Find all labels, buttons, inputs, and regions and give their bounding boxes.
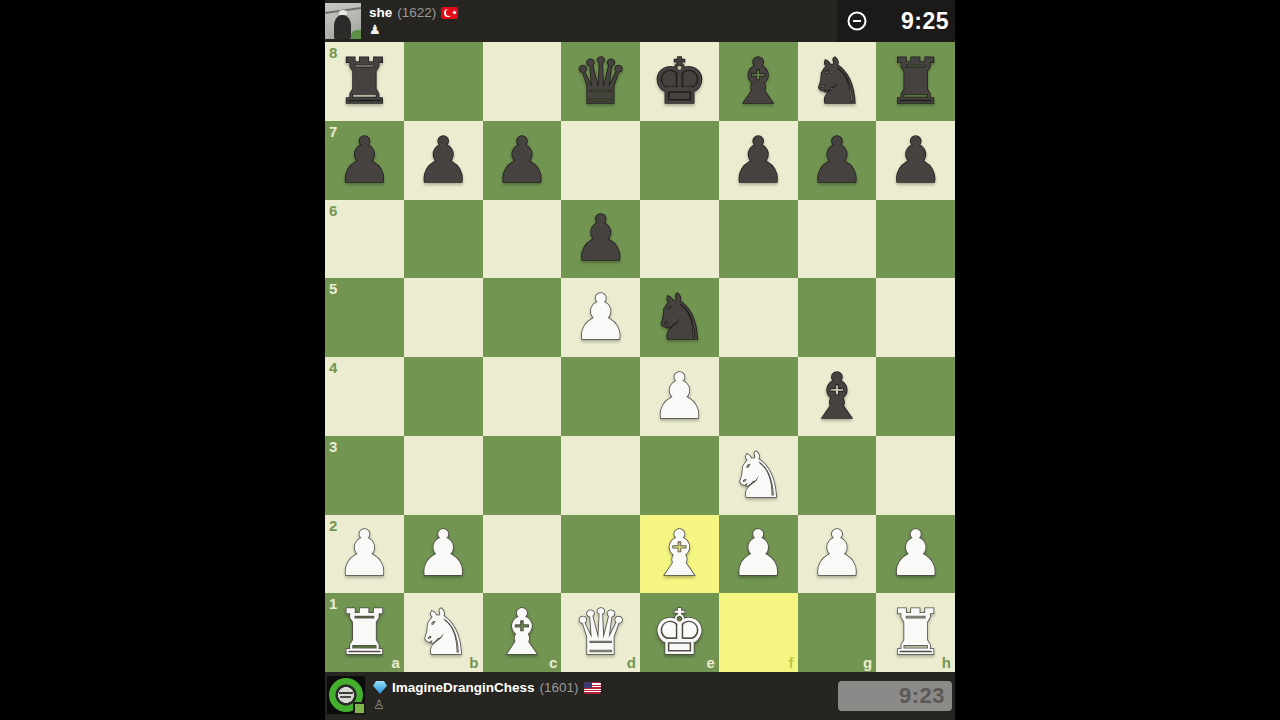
square-f2[interactable]: ♟ <box>719 515 798 594</box>
square-e5[interactable]: ♞ <box>640 278 719 357</box>
square-f7[interactable]: ♟ <box>719 121 798 200</box>
diamond-membership-icon <box>373 681 387 694</box>
piece-black-pawn[interactable]: ♟ <box>404 121 483 200</box>
rank-label-6: 6 <box>329 203 337 218</box>
top-clock-time: 9:25 <box>901 8 949 35</box>
square-d4[interactable] <box>561 357 640 436</box>
top-player-clock: 9:25 <box>837 0 955 42</box>
avatar-detail <box>339 10 347 15</box>
square-a8[interactable]: 8♜ <box>325 42 404 121</box>
square-f1[interactable]: f <box>719 593 798 672</box>
square-b3[interactable] <box>404 436 483 515</box>
circled-minus-icon <box>846 10 868 32</box>
piece-white-pawn[interactable]: ♟ <box>876 515 955 594</box>
square-b6[interactable] <box>404 200 483 279</box>
piece-white-pawn[interactable]: ♟ <box>561 278 640 357</box>
square-a7[interactable]: 7♟ <box>325 121 404 200</box>
square-g2[interactable]: ♟ <box>798 515 877 594</box>
bottom-player-info[interactable]: ImagineDranginChess (1601) ♙ <box>373 680 601 713</box>
avatar-detail <box>351 30 361 39</box>
piece-white-rook[interactable]: ♜ <box>325 593 404 672</box>
square-e3[interactable] <box>640 436 719 515</box>
square-c1[interactable]: c♝ <box>483 593 562 672</box>
square-a1[interactable]: 1a♜ <box>325 593 404 672</box>
piece-white-knight[interactable]: ♞ <box>404 593 483 672</box>
avatar-detail <box>340 696 351 698</box>
square-h8[interactable]: ♜ <box>876 42 955 121</box>
piece-black-knight[interactable]: ♞ <box>640 278 719 357</box>
square-d8[interactable]: ♛ <box>561 42 640 121</box>
top-player-rating: (1622) <box>397 5 436 20</box>
piece-white-pawn[interactable]: ♟ <box>719 515 798 594</box>
square-h4[interactable] <box>876 357 955 436</box>
square-g6[interactable] <box>798 200 877 279</box>
square-e2[interactable]: ♝ <box>640 515 719 594</box>
piece-black-pawn[interactable]: ♟ <box>876 121 955 200</box>
square-d6[interactable]: ♟ <box>561 200 640 279</box>
rank-label-4: 4 <box>329 360 337 375</box>
square-c7[interactable]: ♟ <box>483 121 562 200</box>
square-d7[interactable] <box>561 121 640 200</box>
square-c5[interactable] <box>483 278 562 357</box>
square-b8[interactable] <box>404 42 483 121</box>
square-b1[interactable]: b♞ <box>404 593 483 672</box>
square-a6[interactable]: 6 <box>325 200 404 279</box>
square-b4[interactable] <box>404 357 483 436</box>
piece-black-knight[interactable]: ♞ <box>798 42 877 121</box>
piece-black-bishop[interactable]: ♝ <box>798 357 877 436</box>
bottom-clock-time: 9:23 <box>899 683 945 709</box>
square-a4[interactable]: 4 <box>325 357 404 436</box>
square-g8[interactable]: ♞ <box>798 42 877 121</box>
square-g7[interactable]: ♟ <box>798 121 877 200</box>
piece-white-king[interactable]: ♚ <box>640 593 719 672</box>
piece-white-rook[interactable]: ♜ <box>876 593 955 672</box>
square-d5[interactable]: ♟ <box>561 278 640 357</box>
square-b5[interactable] <box>404 278 483 357</box>
online-status-badge <box>353 702 366 715</box>
bottom-player-clock: 9:23 <box>838 681 952 711</box>
piece-white-bishop[interactable]: ♝ <box>483 593 562 672</box>
square-g3[interactable] <box>798 436 877 515</box>
square-e4[interactable]: ♟ <box>640 357 719 436</box>
piece-white-knight[interactable]: ♞ <box>719 436 798 515</box>
square-h6[interactable] <box>876 200 955 279</box>
square-d2[interactable] <box>561 515 640 594</box>
square-f5[interactable] <box>719 278 798 357</box>
piece-black-pawn[interactable]: ♟ <box>798 121 877 200</box>
square-d1[interactable]: d♛ <box>561 593 640 672</box>
top-player-info[interactable]: she (1622) ♟ <box>369 5 458 38</box>
square-g1[interactable]: g <box>798 593 877 672</box>
square-a5[interactable]: 5 <box>325 278 404 357</box>
game-view: she (1622) ♟ 9:25 8♜♛♚♝♞♜7♟♟♟♟♟♟6♟5♟♞4♟♝… <box>325 0 955 720</box>
turkey-flag-icon <box>441 7 458 19</box>
piece-black-rook[interactable]: ♜ <box>325 42 404 121</box>
square-h5[interactable] <box>876 278 955 357</box>
square-a2[interactable]: 2♟ <box>325 515 404 594</box>
piece-black-pawn[interactable]: ♟ <box>325 121 404 200</box>
top-player-avatar[interactable] <box>325 3 361 39</box>
piece-black-pawn[interactable]: ♟ <box>561 200 640 279</box>
bottom-player-avatar[interactable] <box>327 676 365 714</box>
square-e8[interactable]: ♚ <box>640 42 719 121</box>
square-f6[interactable] <box>719 200 798 279</box>
piece-black-queen[interactable]: ♛ <box>561 42 640 121</box>
square-c3[interactable] <box>483 436 562 515</box>
piece-white-bishop[interactable]: ♝ <box>640 515 719 594</box>
square-b7[interactable]: ♟ <box>404 121 483 200</box>
piece-white-pawn[interactable]: ♟ <box>325 515 404 594</box>
piece-white-pawn[interactable]: ♟ <box>798 515 877 594</box>
square-e6[interactable] <box>640 200 719 279</box>
file-label-g: g <box>863 655 872 670</box>
square-f4[interactable] <box>719 357 798 436</box>
square-f8[interactable]: ♝ <box>719 42 798 121</box>
top-player-bar: she (1622) ♟ 9:25 <box>325 0 955 42</box>
square-e7[interactable] <box>640 121 719 200</box>
chess-board: 8♜♛♚♝♞♜7♟♟♟♟♟♟6♟5♟♞4♟♝3♞2♟♟♝♟♟♟1a♜b♞c♝d♛… <box>325 42 955 672</box>
piece-white-pawn[interactable]: ♟ <box>640 357 719 436</box>
square-c4[interactable] <box>483 357 562 436</box>
rank-label-5: 5 <box>329 281 337 296</box>
piece-black-pawn[interactable]: ♟ <box>483 121 562 200</box>
file-label-f: f <box>789 655 794 670</box>
captured-pawn-icon: ♙ <box>373 697 601 713</box>
us-flag-icon <box>584 682 601 694</box>
piece-black-bishop[interactable]: ♝ <box>719 42 798 121</box>
square-c2[interactable] <box>483 515 562 594</box>
piece-white-pawn[interactable]: ♟ <box>404 515 483 594</box>
piece-white-queen[interactable]: ♛ <box>561 593 640 672</box>
bottom-player-name: ImagineDranginChess <box>392 680 535 695</box>
square-h2[interactable]: ♟ <box>876 515 955 594</box>
piece-black-king[interactable]: ♚ <box>640 42 719 121</box>
avatar-detail <box>334 15 351 39</box>
square-h7[interactable]: ♟ <box>876 121 955 200</box>
bottom-player-bar: ImagineDranginChess (1601) ♙ 9:23 <box>325 672 955 720</box>
piece-black-pawn[interactable]: ♟ <box>719 121 798 200</box>
square-h1[interactable]: h♜ <box>876 593 955 672</box>
avatar-detail <box>339 692 353 694</box>
square-c8[interactable] <box>483 42 562 121</box>
square-d3[interactable] <box>561 436 640 515</box>
rank-label-3: 3 <box>329 439 337 454</box>
square-g4[interactable]: ♝ <box>798 357 877 436</box>
captured-pawn-icon: ♟ <box>369 22 458 38</box>
bottom-player-rating: (1601) <box>540 680 579 695</box>
square-b2[interactable]: ♟ <box>404 515 483 594</box>
square-h3[interactable] <box>876 436 955 515</box>
square-f3[interactable]: ♞ <box>719 436 798 515</box>
square-g5[interactable] <box>798 278 877 357</box>
piece-black-rook[interactable]: ♜ <box>876 42 955 121</box>
square-a3[interactable]: 3 <box>325 436 404 515</box>
top-player-name: she <box>369 5 392 20</box>
square-c6[interactable] <box>483 200 562 279</box>
square-e1[interactable]: e♚ <box>640 593 719 672</box>
